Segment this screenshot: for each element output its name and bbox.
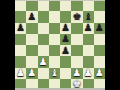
square-g2[interactable]: ♟: [83, 68, 94, 79]
square-a7[interactable]: [15, 11, 26, 22]
square-h7[interactable]: [94, 11, 105, 22]
square-d6[interactable]: [49, 23, 60, 34]
square-e5[interactable]: ♟: [60, 34, 71, 45]
chess-board[interactable]: ♟♚♝♟♟♟♟♟♟♟♟♟♝♟♟♟♚: [15, 0, 105, 90]
square-d3[interactable]: [49, 56, 60, 67]
square-e2[interactable]: [60, 68, 71, 79]
square-b7[interactable]: ♟: [26, 11, 37, 22]
square-f4[interactable]: [71, 45, 82, 56]
piece-black-pawn[interactable]: ♟: [26, 11, 37, 22]
square-f5[interactable]: [71, 34, 82, 45]
piece-black-king[interactable]: ♚: [71, 11, 82, 22]
square-c4[interactable]: [38, 45, 49, 56]
square-a3[interactable]: [15, 56, 26, 67]
piece-black-pawn[interactable]: ♟: [15, 23, 26, 34]
square-h8[interactable]: [94, 0, 105, 11]
square-b5[interactable]: [26, 34, 37, 45]
piece-white-pawn[interactable]: ♟: [94, 68, 105, 79]
square-e8[interactable]: [60, 0, 71, 11]
square-a2[interactable]: ♟: [15, 68, 26, 79]
square-g4[interactable]: [83, 45, 94, 56]
square-b2[interactable]: ♟: [26, 68, 37, 79]
square-b6[interactable]: [26, 23, 37, 34]
piece-black-bishop[interactable]: ♝: [83, 11, 94, 22]
piece-black-pawn[interactable]: ♟: [60, 34, 71, 45]
piece-black-pawn[interactable]: ♟: [94, 23, 105, 34]
piece-white-pawn[interactable]: ♟: [38, 56, 49, 67]
square-h2[interactable]: ♟: [94, 68, 105, 79]
square-h3[interactable]: [94, 56, 105, 67]
square-e3[interactable]: [60, 56, 71, 67]
square-a5[interactable]: [15, 34, 26, 45]
square-b8[interactable]: [26, 0, 37, 11]
square-a6[interactable]: ♟: [15, 23, 26, 34]
square-g5[interactable]: [83, 34, 94, 45]
square-g3[interactable]: [83, 56, 94, 67]
piece-white-pawn[interactable]: ♟: [26, 68, 37, 79]
square-c2[interactable]: [38, 68, 49, 79]
square-h5[interactable]: [94, 34, 105, 45]
piece-black-pawn[interactable]: ♟: [83, 23, 94, 34]
square-h6[interactable]: ♟: [94, 23, 105, 34]
square-g6[interactable]: ♟: [83, 23, 94, 34]
window-edge-top: [15, 0, 105, 1]
piece-black-pawn[interactable]: ♟: [60, 45, 71, 56]
square-e7[interactable]: [60, 11, 71, 22]
piece-white-pawn[interactable]: ♟: [71, 68, 82, 79]
square-c5[interactable]: [38, 34, 49, 45]
square-a8[interactable]: [15, 0, 26, 11]
square-e6[interactable]: ♟: [60, 23, 71, 34]
square-f7[interactable]: ♚: [71, 11, 82, 22]
piece-white-pawn[interactable]: ♟: [83, 68, 94, 79]
window-edge-bottom: [15, 88, 105, 90]
square-d8[interactable]: [49, 0, 60, 11]
square-b4[interactable]: [26, 45, 37, 56]
square-b3[interactable]: [26, 56, 37, 67]
square-c3[interactable]: ♟: [38, 56, 49, 67]
screenshot-stage: ♟♚♝♟♟♟♟♟♟♟♟♟♝♟♟♟♚: [0, 0, 120, 90]
square-f6[interactable]: [71, 23, 82, 34]
square-d4[interactable]: [49, 45, 60, 56]
square-e4[interactable]: ♟: [60, 45, 71, 56]
square-g7[interactable]: ♝: [83, 11, 94, 22]
piece-white-bishop[interactable]: ♝: [49, 68, 60, 79]
square-d2[interactable]: ♝: [49, 68, 60, 79]
square-f8[interactable]: [71, 0, 82, 11]
square-g8[interactable]: [83, 0, 94, 11]
square-c8[interactable]: [38, 0, 49, 11]
square-c6[interactable]: [38, 23, 49, 34]
square-d5[interactable]: [49, 34, 60, 45]
square-d7[interactable]: [49, 11, 60, 22]
square-a4[interactable]: [15, 45, 26, 56]
square-c7[interactable]: [38, 11, 49, 22]
square-h4[interactable]: [94, 45, 105, 56]
piece-white-pawn[interactable]: ♟: [15, 68, 26, 79]
square-f2[interactable]: ♟: [71, 68, 82, 79]
piece-black-pawn[interactable]: ♟: [60, 23, 71, 34]
square-f3[interactable]: [71, 56, 82, 67]
